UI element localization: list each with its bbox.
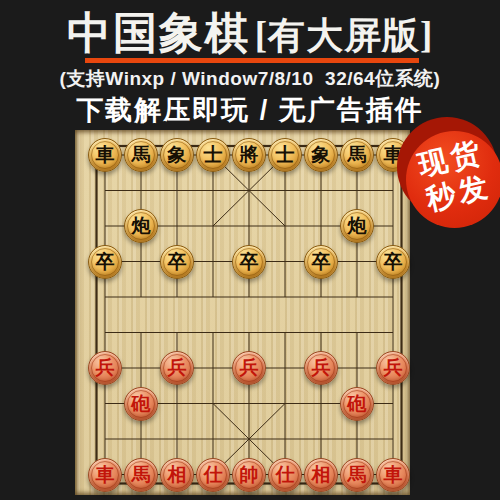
piece-red-soldier[interactable]: 兵 bbox=[376, 351, 410, 385]
piece-glyph: 兵 bbox=[240, 351, 259, 385]
piece-glyph: 兵 bbox=[312, 351, 331, 385]
piece-glyph: 仕 bbox=[204, 458, 223, 492]
piece-glyph: 車 bbox=[96, 458, 115, 492]
piece-glyph: 帥 bbox=[240, 458, 259, 492]
board-grid bbox=[75, 130, 410, 495]
piece-red-soldier[interactable]: 兵 bbox=[160, 351, 194, 385]
piece-red-horse[interactable]: 馬 bbox=[340, 458, 374, 492]
title-underline bbox=[85, 58, 419, 63]
piece-glyph: 士 bbox=[276, 138, 295, 172]
piece-red-advisor[interactable]: 仕 bbox=[196, 458, 230, 492]
piece-red-horse[interactable]: 馬 bbox=[124, 458, 158, 492]
piece-black-soldier[interactable]: 卒 bbox=[304, 245, 338, 279]
piece-black-chariot[interactable]: 車 bbox=[88, 138, 122, 172]
page-title: 中国象棋 [有大屏版] bbox=[0, 4, 500, 60]
piece-black-advisor[interactable]: 士 bbox=[268, 138, 302, 172]
piece-black-soldier[interactable]: 卒 bbox=[376, 245, 410, 279]
piece-glyph: 象 bbox=[168, 138, 187, 172]
piece-black-horse[interactable]: 馬 bbox=[340, 138, 374, 172]
piece-glyph: 卒 bbox=[312, 245, 331, 279]
piece-red-chariot[interactable]: 車 bbox=[376, 458, 410, 492]
piece-black-general[interactable]: 將 bbox=[232, 138, 266, 172]
piece-black-soldier[interactable]: 卒 bbox=[88, 245, 122, 279]
piece-glyph: 卒 bbox=[96, 245, 115, 279]
piece-red-elephant[interactable]: 相 bbox=[304, 458, 338, 492]
piece-glyph: 馬 bbox=[132, 458, 151, 492]
piece-glyph: 象 bbox=[312, 138, 331, 172]
piece-black-elephant[interactable]: 象 bbox=[160, 138, 194, 172]
piece-red-elephant[interactable]: 相 bbox=[160, 458, 194, 492]
piece-red-general[interactable]: 帥 bbox=[232, 458, 266, 492]
piece-red-soldier[interactable]: 兵 bbox=[88, 351, 122, 385]
piece-glyph: 兵 bbox=[96, 351, 115, 385]
piece-glyph: 砲 bbox=[348, 387, 367, 421]
piece-black-horse[interactable]: 馬 bbox=[124, 138, 158, 172]
piece-glyph: 仕 bbox=[276, 458, 295, 492]
piece-black-soldier[interactable]: 卒 bbox=[160, 245, 194, 279]
piece-glyph: 將 bbox=[240, 138, 259, 172]
piece-glyph: 車 bbox=[96, 138, 115, 172]
title-suffix: [有大屏版] bbox=[255, 11, 434, 61]
piece-glyph: 兵 bbox=[168, 351, 187, 385]
piece-glyph: 相 bbox=[312, 458, 331, 492]
piece-red-cannon[interactable]: 砲 bbox=[340, 387, 374, 421]
piece-red-soldier[interactable]: 兵 bbox=[232, 351, 266, 385]
piece-glyph: 炮 bbox=[348, 209, 367, 243]
piece-glyph: 兵 bbox=[384, 351, 403, 385]
piece-red-advisor[interactable]: 仕 bbox=[268, 458, 302, 492]
piece-glyph: 馬 bbox=[132, 138, 151, 172]
xiangqi-board: 車馬象士將士象馬車炮炮卒卒卒卒卒兵兵兵兵兵砲砲車馬相仕帥仕相馬車 bbox=[75, 130, 410, 495]
subtitle-supported-systems: (支持Winxp / Window7/8/10 32/64位系统) bbox=[0, 66, 500, 92]
piece-glyph: 馬 bbox=[348, 458, 367, 492]
title-main: 中国象棋 bbox=[67, 4, 251, 63]
piece-red-chariot[interactable]: 車 bbox=[88, 458, 122, 492]
piece-red-cannon[interactable]: 砲 bbox=[124, 387, 158, 421]
piece-glyph: 砲 bbox=[132, 387, 151, 421]
piece-glyph: 卒 bbox=[168, 245, 187, 279]
piece-glyph: 相 bbox=[168, 458, 187, 492]
piece-black-elephant[interactable]: 象 bbox=[304, 138, 338, 172]
piece-black-advisor[interactable]: 士 bbox=[196, 138, 230, 172]
promo-banner: { "game": "xiangqi", "header": { "title"… bbox=[0, 0, 500, 500]
piece-black-cannon[interactable]: 炮 bbox=[340, 209, 374, 243]
piece-glyph: 卒 bbox=[384, 245, 403, 279]
piece-glyph: 車 bbox=[384, 458, 403, 492]
piece-black-soldier[interactable]: 卒 bbox=[232, 245, 266, 279]
piece-black-cannon[interactable]: 炮 bbox=[124, 209, 158, 243]
piece-glyph: 士 bbox=[204, 138, 223, 172]
piece-glyph: 卒 bbox=[240, 245, 259, 279]
piece-glyph: 馬 bbox=[348, 138, 367, 172]
piece-glyph: 炮 bbox=[132, 209, 151, 243]
piece-red-soldier[interactable]: 兵 bbox=[304, 351, 338, 385]
